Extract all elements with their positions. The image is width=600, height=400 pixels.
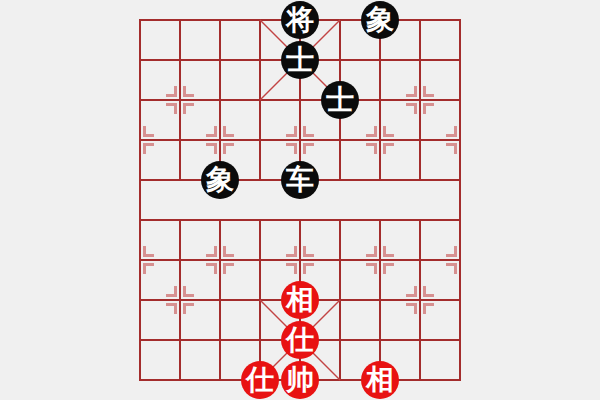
red-advisor-glyph: 仕	[241, 361, 279, 399]
board[interactable]: 将象士士象车相仕仕帅相	[120, 0, 480, 400]
black-chariot[interactable]: 车	[280, 160, 320, 200]
black-elephant-glyph: 象	[201, 161, 239, 199]
xiangqi-board-diagram: 将象士士象车相仕仕帅相	[0, 0, 600, 400]
red-elephant-glyph: 相	[361, 361, 399, 399]
red-general-glyph: 帅	[281, 361, 319, 399]
black-elephant-glyph: 象	[361, 1, 399, 39]
black-general-glyph: 将	[281, 1, 319, 39]
red-advisor[interactable]: 仕	[240, 360, 280, 400]
red-elephant[interactable]: 相	[280, 280, 320, 320]
black-advisor-glyph: 士	[281, 41, 319, 79]
black-advisor[interactable]: 士	[320, 80, 360, 120]
red-general[interactable]: 帅	[280, 360, 320, 400]
black-elephant[interactable]: 象	[360, 0, 400, 40]
red-elephant-glyph: 相	[281, 281, 319, 319]
red-elephant[interactable]: 相	[360, 360, 400, 400]
red-advisor[interactable]: 仕	[280, 320, 320, 360]
black-advisor[interactable]: 士	[280, 40, 320, 80]
black-advisor-glyph: 士	[321, 81, 359, 119]
black-chariot-glyph: 车	[281, 161, 319, 199]
black-general[interactable]: 将	[280, 0, 320, 40]
red-advisor-glyph: 仕	[281, 321, 319, 359]
black-elephant[interactable]: 象	[200, 160, 240, 200]
